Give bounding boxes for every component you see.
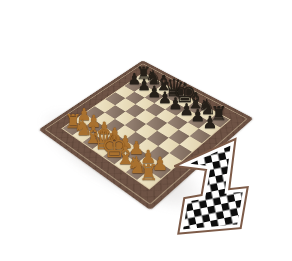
chess-set-photo: ♜♞♝♛♚♝♞♜♟♟♟♟♟♟♟♟♟♟♟♟♟♟♟♟♜♞♝♛♚♝♞♜ [0,0,292,261]
piece-black-pawn-h7[interactable]: ♟ [202,114,217,131]
logo-checker-fill [181,143,244,231]
checkered-2-logo [174,134,252,236]
piece-white-rook-h1[interactable]: ♜ [139,162,158,183]
